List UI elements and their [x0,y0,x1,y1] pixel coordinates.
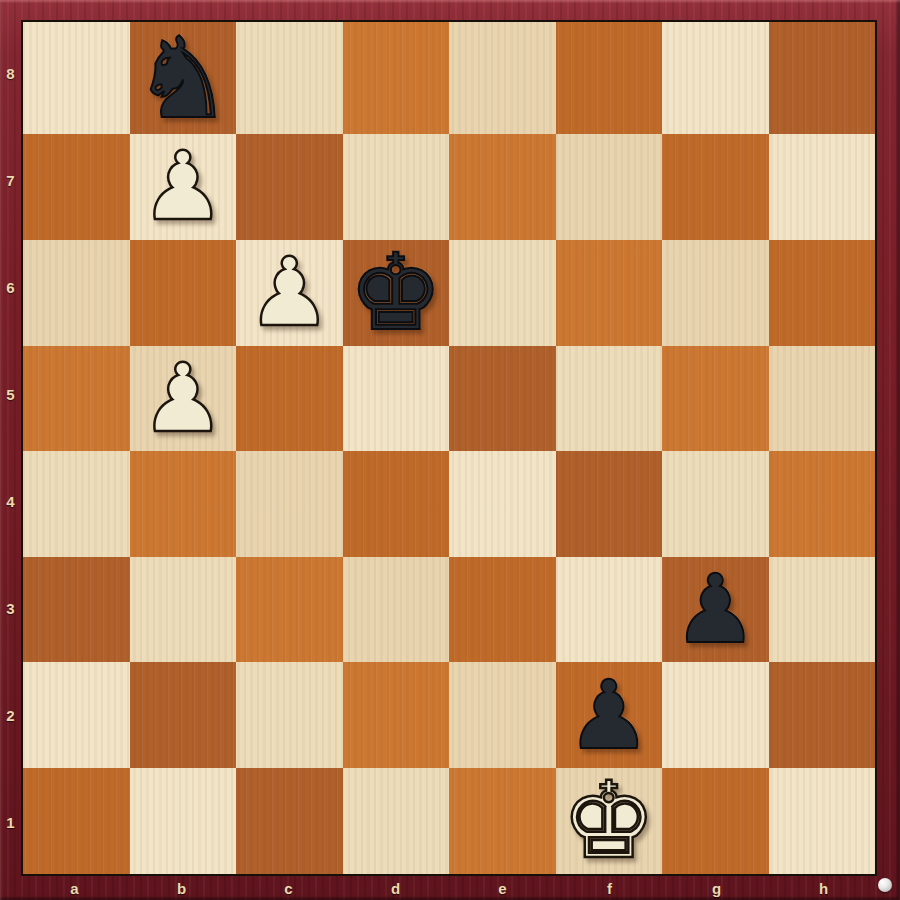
square-e1[interactable] [449,768,556,874]
square-h4[interactable] [769,451,876,557]
square-f4[interactable] [556,451,663,557]
square-d5[interactable] [343,346,450,452]
file-label-c: c [235,876,342,900]
piece-black-pawn[interactable]: ♟ [673,562,758,657]
piece-black-king[interactable]: ♚ [348,240,443,346]
square-c8[interactable] [236,22,343,134]
square-a2[interactable] [23,662,130,768]
square-d3[interactable] [343,557,450,663]
square-b2[interactable] [130,662,237,768]
square-f8[interactable] [556,22,663,134]
piece-white-pawn[interactable]: ♟ [140,351,225,446]
file-label-b: b [128,876,235,900]
square-d4[interactable] [343,451,450,557]
square-h2[interactable] [769,662,876,768]
square-b8[interactable]: ♞ [130,22,237,134]
file-labels: abcdefgh [21,876,877,900]
square-e3[interactable] [449,557,556,663]
square-e4[interactable] [449,451,556,557]
square-d6[interactable]: ♚ [343,240,450,346]
square-g4[interactable] [662,451,769,557]
piece-white-king[interactable]: ♚ [561,768,656,874]
square-e6[interactable] [449,240,556,346]
square-a7[interactable] [23,134,130,240]
square-b5[interactable]: ♟ [130,346,237,452]
square-h6[interactable] [769,240,876,346]
rank-label-7: 7 [0,127,21,234]
square-e2[interactable] [449,662,556,768]
square-b4[interactable] [130,451,237,557]
square-f2[interactable]: ♟ [556,662,663,768]
square-g2[interactable] [662,662,769,768]
square-e7[interactable] [449,134,556,240]
square-f7[interactable] [556,134,663,240]
piece-white-pawn[interactable]: ♟ [140,139,225,234]
square-a4[interactable] [23,451,130,557]
square-f3[interactable] [556,557,663,663]
square-g8[interactable] [662,22,769,134]
rank-label-8: 8 [0,20,21,127]
rank-label-2: 2 [0,662,21,769]
square-b7[interactable]: ♟ [130,134,237,240]
rank-label-6: 6 [0,234,21,341]
square-c2[interactable] [236,662,343,768]
square-h8[interactable] [769,22,876,134]
piece-white-pawn[interactable]: ♟ [247,245,332,340]
file-label-h: h [770,876,877,900]
square-a5[interactable] [23,346,130,452]
side-to-move-indicator [878,878,892,892]
square-g1[interactable] [662,768,769,874]
square-c3[interactable] [236,557,343,663]
square-c5[interactable] [236,346,343,452]
square-c6[interactable]: ♟ [236,240,343,346]
square-c4[interactable] [236,451,343,557]
square-h1[interactable] [769,768,876,874]
square-h7[interactable] [769,134,876,240]
square-b1[interactable] [130,768,237,874]
file-label-e: e [449,876,556,900]
square-f1[interactable]: ♚ [556,768,663,874]
rank-label-3: 3 [0,555,21,662]
file-label-a: a [21,876,128,900]
square-g6[interactable] [662,240,769,346]
square-d2[interactable] [343,662,450,768]
square-e5[interactable] [449,346,556,452]
chess-board[interactable]: ♞♟♟♚♟♟♟♚ [21,20,877,876]
square-g5[interactable] [662,346,769,452]
rank-label-5: 5 [0,341,21,448]
file-label-d: d [342,876,449,900]
square-e8[interactable] [449,22,556,134]
square-d1[interactable] [343,768,450,874]
square-a8[interactable] [23,22,130,134]
chess-app: 87654321 ♞♟♟♚♟♟♟♚ abcdefgh [0,0,900,900]
rank-labels: 87654321 [0,20,21,876]
square-h5[interactable] [769,346,876,452]
square-a1[interactable] [23,768,130,874]
square-d8[interactable] [343,22,450,134]
square-a3[interactable] [23,557,130,663]
square-f5[interactable] [556,346,663,452]
piece-black-pawn[interactable]: ♟ [566,668,651,763]
rank-label-1: 1 [0,769,21,876]
square-b3[interactable] [130,557,237,663]
square-b6[interactable] [130,240,237,346]
square-g3[interactable]: ♟ [662,557,769,663]
square-f6[interactable] [556,240,663,346]
piece-black-knight[interactable]: ♞ [133,22,233,134]
square-h3[interactable] [769,557,876,663]
rank-label-4: 4 [0,448,21,555]
file-label-g: g [663,876,770,900]
square-a6[interactable] [23,240,130,346]
square-g7[interactable] [662,134,769,240]
square-d7[interactable] [343,134,450,240]
square-c7[interactable] [236,134,343,240]
square-c1[interactable] [236,768,343,874]
